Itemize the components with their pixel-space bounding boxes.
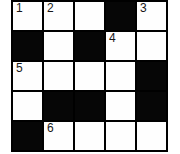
cell-r1c5-white[interactable]: 3 bbox=[137, 2, 166, 30]
clue-number-4: 4 bbox=[109, 32, 116, 45]
cell-r1c2-white[interactable]: 2 bbox=[44, 2, 73, 30]
cell-r5c1-black bbox=[13, 122, 42, 150]
cell-r4c3-black bbox=[75, 92, 104, 120]
clue-number-1: 1 bbox=[16, 2, 23, 15]
cell-r3c4-white[interactable] bbox=[106, 62, 135, 90]
cell-r4c4-white[interactable] bbox=[106, 92, 135, 120]
cell-r5c5-white[interactable] bbox=[137, 122, 166, 150]
cell-r2c5-white[interactable] bbox=[137, 32, 166, 60]
crossword-board: 123456 bbox=[11, 0, 168, 152]
cell-r5c2-white[interactable]: 6 bbox=[44, 122, 73, 150]
cell-r5c4-white[interactable] bbox=[106, 122, 135, 150]
cell-r4c1-white[interactable] bbox=[13, 92, 42, 120]
cell-r2c3-black bbox=[75, 32, 104, 60]
cell-r2c1-black bbox=[13, 32, 42, 60]
cell-r5c3-white[interactable] bbox=[75, 122, 104, 150]
cell-r3c1-white[interactable]: 5 bbox=[13, 62, 42, 90]
cell-r4c2-black bbox=[44, 92, 73, 120]
cell-r1c4-black bbox=[106, 2, 135, 30]
clue-number-5: 5 bbox=[16, 62, 23, 75]
clue-number-3: 3 bbox=[140, 2, 147, 15]
cell-r3c2-white[interactable] bbox=[44, 62, 73, 90]
cell-r2c4-white[interactable]: 4 bbox=[106, 32, 135, 60]
cell-r1c3-white[interactable] bbox=[75, 2, 104, 30]
cell-r4c5-black bbox=[137, 92, 166, 120]
clue-number-2: 2 bbox=[47, 2, 54, 15]
cell-r3c3-white[interactable] bbox=[75, 62, 104, 90]
cell-r2c2-white[interactable] bbox=[44, 32, 73, 60]
cell-r1c1-white[interactable]: 1 bbox=[13, 2, 42, 30]
cell-r3c5-black bbox=[137, 62, 166, 90]
clue-number-6: 6 bbox=[47, 122, 54, 135]
